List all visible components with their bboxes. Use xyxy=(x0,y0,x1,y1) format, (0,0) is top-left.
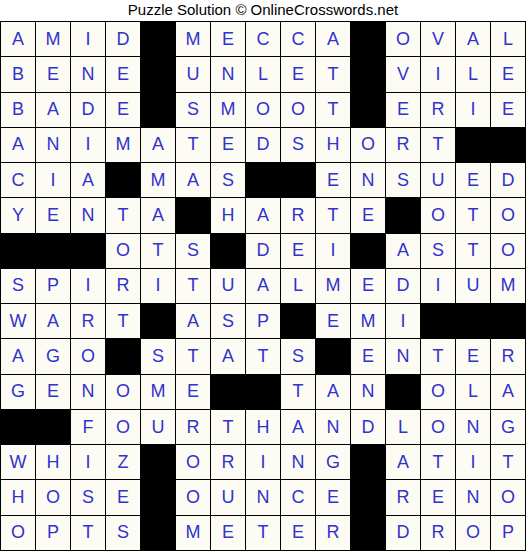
letter-cell-r11c3: N xyxy=(71,375,105,409)
letter-cell-r5c14: E xyxy=(456,163,490,197)
letter-cell-r2c12: V xyxy=(386,57,420,91)
letter-cell-r2c9: E xyxy=(281,57,315,91)
letter-cell-r11c13: O xyxy=(421,375,455,409)
letter-cell-r6c2: E xyxy=(36,198,70,232)
block-cell-r11c12 xyxy=(386,375,420,409)
crossword-grid: AMIDMECCAOVALBENEUNLETVILEBADESMOOTERIEA… xyxy=(0,21,526,551)
letter-cell-r1c1: A xyxy=(1,22,35,56)
letter-cell-r3c3: D xyxy=(71,93,105,127)
letter-cell-r4c7: E xyxy=(211,128,245,162)
letter-cell-r14c15: O xyxy=(491,480,525,514)
letter-cell-r10c6: T xyxy=(176,339,210,373)
letter-cell-r7c8: D xyxy=(246,234,280,268)
letter-cell-r7c9: E xyxy=(281,234,315,268)
letter-cell-r8c10: M xyxy=(316,269,350,303)
letter-cell-r6c4: T xyxy=(106,198,140,232)
letter-cell-r12c6: R xyxy=(176,410,210,444)
letter-cell-r6c9: R xyxy=(281,198,315,232)
letter-cell-r12c11: D xyxy=(351,410,385,444)
block-cell-r9c9 xyxy=(281,304,315,338)
block-cell-r1c5 xyxy=(141,22,175,56)
letter-cell-r14c7: U xyxy=(211,480,245,514)
letter-cell-r2c7: N xyxy=(211,57,245,91)
block-cell-r7c7 xyxy=(211,234,245,268)
letter-cell-r15c1: O xyxy=(1,516,35,550)
letter-cell-r1c10: A xyxy=(316,22,350,56)
letter-cell-r14c14: N xyxy=(456,480,490,514)
block-cell-r3c11 xyxy=(351,93,385,127)
letter-cell-r11c9: T xyxy=(281,375,315,409)
letter-cell-r14c2: O xyxy=(36,480,70,514)
letter-cell-r4c3: I xyxy=(71,128,105,162)
letter-cell-r9c2: A xyxy=(36,304,70,338)
letter-cell-r14c1: H xyxy=(1,480,35,514)
letter-cell-r3c1: B xyxy=(1,93,35,127)
letter-cell-r3c9: O xyxy=(281,93,315,127)
letter-cell-r15c7: E xyxy=(211,516,245,550)
letter-cell-r15c3: T xyxy=(71,516,105,550)
letter-cell-r13c6: O xyxy=(176,445,210,479)
block-cell-r7c11 xyxy=(351,234,385,268)
letter-cell-r15c6: M xyxy=(176,516,210,550)
block-cell-r5c4 xyxy=(106,163,140,197)
block-cell-r14c5 xyxy=(141,480,175,514)
letter-cell-r9c7: S xyxy=(211,304,245,338)
letter-cell-r14c10: E xyxy=(316,480,350,514)
letter-cell-r13c9: N xyxy=(281,445,315,479)
letter-cell-r3c10: T xyxy=(316,93,350,127)
letter-cell-r12c15: G xyxy=(491,410,525,444)
letter-cell-r9c12: I xyxy=(386,304,420,338)
letter-cell-r13c2: H xyxy=(36,445,70,479)
letter-cell-r13c15: T xyxy=(491,445,525,479)
block-cell-r9c5 xyxy=(141,304,175,338)
letter-cell-r10c5: S xyxy=(141,339,175,373)
letter-cell-r12c10: N xyxy=(316,410,350,444)
letter-cell-r13c7: R xyxy=(211,445,245,479)
letter-cell-r9c11: M xyxy=(351,304,385,338)
letter-cell-r1c14: A xyxy=(456,22,490,56)
letter-cell-r11c11: N xyxy=(351,375,385,409)
letter-cell-r9c8: P xyxy=(246,304,280,338)
letter-cell-r2c13: I xyxy=(421,57,455,91)
letter-cell-r4c4: M xyxy=(106,128,140,162)
block-cell-r9c15 xyxy=(491,304,525,338)
block-cell-r7c2 xyxy=(36,234,70,268)
letter-cell-r3c14: I xyxy=(456,93,490,127)
letter-cell-r5c13: U xyxy=(421,163,455,197)
letter-cell-r10c3: O xyxy=(71,339,105,373)
letter-cell-r8c2: P xyxy=(36,269,70,303)
letter-cell-r8c6: T xyxy=(176,269,210,303)
block-cell-r4c14 xyxy=(456,128,490,162)
block-cell-r2c11 xyxy=(351,57,385,91)
letter-cell-r8c9: L xyxy=(281,269,315,303)
letter-cell-r6c7: H xyxy=(211,198,245,232)
letter-cell-r3c6: S xyxy=(176,93,210,127)
letter-cell-r5c10: E xyxy=(316,163,350,197)
letter-cell-r4c6: T xyxy=(176,128,210,162)
letter-cell-r15c15: P xyxy=(491,516,525,550)
letter-cell-r1c4: D xyxy=(106,22,140,56)
block-cell-r5c8 xyxy=(246,163,280,197)
letter-cell-r1c9: C xyxy=(281,22,315,56)
letter-cell-r9c3: R xyxy=(71,304,105,338)
letter-cell-r7c5: T xyxy=(141,234,175,268)
letter-cell-r5c1: C xyxy=(1,163,35,197)
letter-cell-r10c7: A xyxy=(211,339,245,373)
letter-cell-r12c4: O xyxy=(106,410,140,444)
letter-cell-r15c4: S xyxy=(106,516,140,550)
letter-cell-r4c5: A xyxy=(141,128,175,162)
block-cell-r13c5 xyxy=(141,445,175,479)
letter-cell-r7c15: O xyxy=(491,234,525,268)
letter-cell-r13c10: G xyxy=(316,445,350,479)
letter-cell-r11c15: A xyxy=(491,375,525,409)
block-cell-r13c11 xyxy=(351,445,385,479)
letter-cell-r4c2: N xyxy=(36,128,70,162)
letter-cell-r6c1: Y xyxy=(1,198,35,232)
letter-cell-r3c15: E xyxy=(491,93,525,127)
letter-cell-r15c13: R xyxy=(421,516,455,550)
letter-cell-r10c2: G xyxy=(36,339,70,373)
letter-cell-r2c10: T xyxy=(316,57,350,91)
letter-cell-r9c1: W xyxy=(1,304,35,338)
block-cell-r15c11 xyxy=(351,516,385,550)
block-cell-r5c9 xyxy=(281,163,315,197)
letter-cell-r12c14: N xyxy=(456,410,490,444)
letter-cell-r11c6: E xyxy=(176,375,210,409)
letter-cell-r6c10: T xyxy=(316,198,350,232)
letter-cell-r13c1: W xyxy=(1,445,35,479)
letter-cell-r1c7: E xyxy=(211,22,245,56)
letter-cell-r5c5: M xyxy=(141,163,175,197)
letter-cell-r5c6: A xyxy=(176,163,210,197)
letter-cell-r6c3: N xyxy=(71,198,105,232)
letter-cell-r11c14: L xyxy=(456,375,490,409)
letter-cell-r7c14: T xyxy=(456,234,490,268)
block-cell-r15c5 xyxy=(141,516,175,550)
letter-cell-r3c2: A xyxy=(36,93,70,127)
letter-cell-r9c6: A xyxy=(176,304,210,338)
letter-cell-r2c6: U xyxy=(176,57,210,91)
letter-cell-r13c14: I xyxy=(456,445,490,479)
block-cell-r7c3 xyxy=(71,234,105,268)
letter-cell-r12c12: L xyxy=(386,410,420,444)
letter-cell-r8c11: E xyxy=(351,269,385,303)
block-cell-r11c8 xyxy=(246,375,280,409)
letter-cell-r10c13: T xyxy=(421,339,455,373)
letter-cell-r10c15: R xyxy=(491,339,525,373)
letter-cell-r15c12: D xyxy=(386,516,420,550)
letter-cell-r10c1: A xyxy=(1,339,35,373)
letter-cell-r7c4: O xyxy=(106,234,140,268)
letter-cell-r5c12: S xyxy=(386,163,420,197)
letter-cell-r10c14: E xyxy=(456,339,490,373)
letter-cell-r14c6: O xyxy=(176,480,210,514)
page-title: Puzzle Solution © OnlineCrosswords.net xyxy=(0,0,526,21)
block-cell-r2c5 xyxy=(141,57,175,91)
letter-cell-r1c3: I xyxy=(71,22,105,56)
block-cell-r9c13 xyxy=(421,304,455,338)
crossword-solution-page: Puzzle Solution © OnlineCrosswords.net A… xyxy=(0,0,526,551)
letter-cell-r5c11: N xyxy=(351,163,385,197)
letter-cell-r6c13: O xyxy=(421,198,455,232)
block-cell-r4c15 xyxy=(491,128,525,162)
letter-cell-r8c8: A xyxy=(246,269,280,303)
letter-cell-r2c14: L xyxy=(456,57,490,91)
letter-cell-r8c1: S xyxy=(1,269,35,303)
letter-cell-r14c8: N xyxy=(246,480,280,514)
letter-cell-r4c1: A xyxy=(1,128,35,162)
block-cell-r3c5 xyxy=(141,93,175,127)
letter-cell-r12c8: H xyxy=(246,410,280,444)
letter-cell-r6c11: E xyxy=(351,198,385,232)
letter-cell-r6c8: A xyxy=(246,198,280,232)
letter-cell-r4c12: R xyxy=(386,128,420,162)
letter-cell-r4c10: H xyxy=(316,128,350,162)
letter-cell-r13c13: T xyxy=(421,445,455,479)
block-cell-r10c4 xyxy=(106,339,140,373)
block-cell-r11c7 xyxy=(211,375,245,409)
block-cell-r6c6 xyxy=(176,198,210,232)
letter-cell-r7c13: S xyxy=(421,234,455,268)
letter-cell-r3c8: O xyxy=(246,93,280,127)
letter-cell-r5c7: S xyxy=(211,163,245,197)
letter-cell-r8c7: U xyxy=(211,269,245,303)
letter-cell-r8c12: D xyxy=(386,269,420,303)
letter-cell-r11c2: E xyxy=(36,375,70,409)
block-cell-r12c1 xyxy=(1,410,35,444)
letter-cell-r7c12: A xyxy=(386,234,420,268)
letter-cell-r15c8: T xyxy=(246,516,280,550)
letter-cell-r15c9: E xyxy=(281,516,315,550)
letter-cell-r2c3: N xyxy=(71,57,105,91)
letter-cell-r12c3: F xyxy=(71,410,105,444)
letter-cell-r11c1: G xyxy=(1,375,35,409)
letter-cell-r10c11: E xyxy=(351,339,385,373)
letter-cell-r15c10: R xyxy=(316,516,350,550)
letter-cell-r3c4: E xyxy=(106,93,140,127)
letter-cell-r9c10: E xyxy=(316,304,350,338)
letter-cell-r5c2: I xyxy=(36,163,70,197)
letter-cell-r8c14: U xyxy=(456,269,490,303)
letter-cell-r7c6: S xyxy=(176,234,210,268)
letter-cell-r1c2: M xyxy=(36,22,70,56)
letter-cell-r10c8: T xyxy=(246,339,280,373)
letter-cell-r2c1: B xyxy=(1,57,35,91)
block-cell-r1c11 xyxy=(351,22,385,56)
letter-cell-r6c14: T xyxy=(456,198,490,232)
block-cell-r12c2 xyxy=(36,410,70,444)
block-cell-r14c11 xyxy=(351,480,385,514)
letter-cell-r13c12: A xyxy=(386,445,420,479)
letter-cell-r6c5: A xyxy=(141,198,175,232)
block-cell-r9c14 xyxy=(456,304,490,338)
letter-cell-r13c4: Z xyxy=(106,445,140,479)
letter-cell-r12c9: A xyxy=(281,410,315,444)
block-cell-r7c1 xyxy=(1,234,35,268)
letter-cell-r11c4: O xyxy=(106,375,140,409)
letter-cell-r10c12: N xyxy=(386,339,420,373)
letter-cell-r14c13: E xyxy=(421,480,455,514)
letter-cell-r8c5: I xyxy=(141,269,175,303)
letter-cell-r1c15: L xyxy=(491,22,525,56)
letter-cell-r1c6: M xyxy=(176,22,210,56)
letter-cell-r12c7: T xyxy=(211,410,245,444)
letter-cell-r7c10: I xyxy=(316,234,350,268)
letter-cell-r1c12: O xyxy=(386,22,420,56)
letter-cell-r11c5: M xyxy=(141,375,175,409)
letter-cell-r3c7: M xyxy=(211,93,245,127)
letter-cell-r1c13: V xyxy=(421,22,455,56)
letter-cell-r3c13: R xyxy=(421,93,455,127)
letter-cell-r9c4: T xyxy=(106,304,140,338)
letter-cell-r4c13: T xyxy=(421,128,455,162)
letter-cell-r2c4: E xyxy=(106,57,140,91)
letter-cell-r5c15: D xyxy=(491,163,525,197)
letter-cell-r13c8: I xyxy=(246,445,280,479)
letter-cell-r14c12: R xyxy=(386,480,420,514)
letter-cell-r14c9: C xyxy=(281,480,315,514)
letter-cell-r4c9: S xyxy=(281,128,315,162)
letter-cell-r15c2: P xyxy=(36,516,70,550)
letter-cell-r3c12: E xyxy=(386,93,420,127)
letter-cell-r4c11: O xyxy=(351,128,385,162)
letter-cell-r6c15: O xyxy=(491,198,525,232)
letter-cell-r2c15: E xyxy=(491,57,525,91)
letter-cell-r8c3: I xyxy=(71,269,105,303)
letter-cell-r15c14: O xyxy=(456,516,490,550)
block-cell-r10c10 xyxy=(316,339,350,373)
letter-cell-r8c4: R xyxy=(106,269,140,303)
letter-cell-r8c15: M xyxy=(491,269,525,303)
letter-cell-r13c3: I xyxy=(71,445,105,479)
letter-cell-r8c13: I xyxy=(421,269,455,303)
letter-cell-r10c9: S xyxy=(281,339,315,373)
letter-cell-r4c8: D xyxy=(246,128,280,162)
letter-cell-r11c10: A xyxy=(316,375,350,409)
letter-cell-r14c3: S xyxy=(71,480,105,514)
letter-cell-r5c3: A xyxy=(71,163,105,197)
block-cell-r6c12 xyxy=(386,198,420,232)
letter-cell-r1c8: C xyxy=(246,22,280,56)
letter-cell-r12c5: U xyxy=(141,410,175,444)
letter-cell-r14c4: E xyxy=(106,480,140,514)
letter-cell-r2c2: E xyxy=(36,57,70,91)
letter-cell-r2c8: L xyxy=(246,57,280,91)
letter-cell-r12c13: O xyxy=(421,410,455,444)
